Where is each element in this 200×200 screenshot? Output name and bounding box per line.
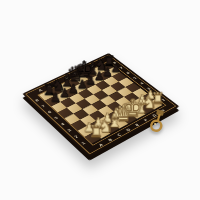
- chess-board: ABCDEFGH8♜♞♝♛♚♝♞♜87♟♟♟♟♟♟♟♟7665544332♟♟♟…: [22, 53, 179, 157]
- clasp-icon: [147, 110, 169, 140]
- board-3d-stage: ABCDEFGH8♜♞♝♛♚♝♞♜87♟♟♟♟♟♟♟♟7665544332♟♟♟…: [0, 0, 200, 200]
- rank-label: 4: [136, 80, 148, 87]
- square-h3: [132, 88, 147, 98]
- rank-label: 7: [37, 102, 49, 110]
- rank-label: 5: [129, 74, 141, 81]
- product-photo-scene: ABCDEFGH8♜♞♝♛♚♝♞♜87♟♟♟♟♟♟♟♟7665544332♟♟♟…: [0, 0, 200, 200]
- file-label: H: [94, 58, 105, 65]
- file-label: D: [121, 125, 134, 134]
- rank-label: 7: [115, 64, 126, 71]
